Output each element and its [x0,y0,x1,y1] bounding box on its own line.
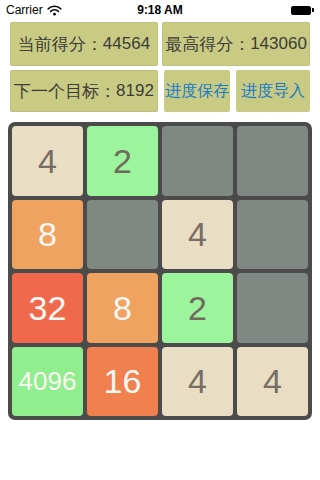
next-target-value: 8192 [116,81,154,101]
carrier-label: Carrier [6,3,43,17]
current-score-value: 44564 [103,34,150,54]
tile-4: 4 [162,347,233,417]
tile-32: 32 [12,273,83,343]
wifi-icon [47,5,62,16]
board-2048[interactable]: 4284328240961644 [8,122,312,420]
status-bar: Carrier 9:18 AM [0,0,320,20]
current-score-panel: 当前得分：44564 [10,22,158,66]
tile-4: 4 [237,347,308,417]
target-row: 下一个目标：8192 进度保存 进度导入 [10,70,310,112]
tile-2: 2 [87,126,158,196]
tile-16: 16 [87,347,158,417]
empty-cell [237,126,308,196]
best-score-value: 143060 [250,34,307,54]
tile-4: 4 [12,126,83,196]
current-score-label: 当前得分： [18,33,103,56]
tile-8: 8 [87,273,158,343]
tile-8: 8 [12,200,83,270]
score-row: 当前得分：44564 最高得分：143060 [10,22,310,66]
tile-2: 2 [162,273,233,343]
battery-icon [291,6,314,15]
empty-cell [237,200,308,270]
next-target-panel: 下一个目标：8192 [10,70,158,112]
best-score-panel: 最高得分：143060 [162,22,310,66]
empty-cell [237,273,308,343]
app-screen: Carrier 9:18 AM 当前得分：44564 最高得分：143060 [0,0,320,480]
empty-cell [162,126,233,196]
best-score-label: 最高得分： [165,33,250,56]
load-progress-button[interactable]: 进度导入 [236,70,310,112]
status-bar-left: Carrier [6,3,62,17]
status-bar-right [291,6,314,15]
score-header: 当前得分：44564 最高得分：143060 下一个目标：8192 进度保存 进… [10,22,310,112]
next-target-label: 下一个目标： [14,80,116,103]
save-progress-button[interactable]: 进度保存 [164,70,230,112]
tile-4096: 4096 [12,347,83,417]
tile-4: 4 [162,200,233,270]
empty-cell [87,200,158,270]
